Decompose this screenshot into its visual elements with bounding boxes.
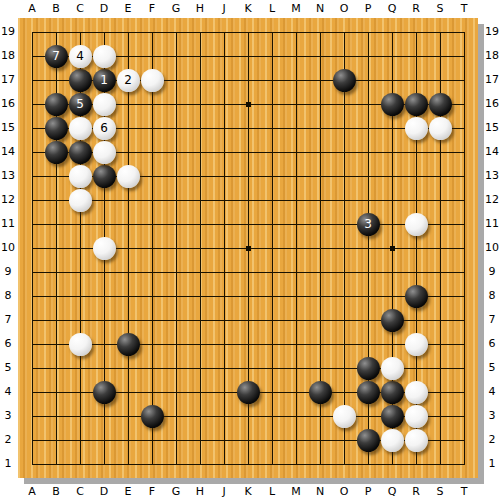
move-number-7: 7: [52, 50, 60, 62]
coord-label-bottom-T: T: [452, 485, 476, 499]
stone-white-d16[interactable]: [93, 93, 116, 116]
stone-white-q2[interactable]: [381, 429, 404, 452]
stone-black-r8[interactable]: [405, 285, 428, 308]
coord-label-left-10: 10: [0, 241, 16, 255]
stone-white-f17[interactable]: [141, 69, 164, 92]
coord-label-bottom-G: G: [164, 485, 188, 499]
coord-label-top-B: B: [44, 2, 68, 16]
stone-black-b16[interactable]: [45, 93, 68, 116]
coord-label-top-T: T: [452, 2, 476, 16]
coord-label-top-R: R: [404, 2, 428, 16]
coord-label-bottom-A: A: [20, 485, 44, 499]
coord-label-bottom-J: J: [212, 485, 236, 499]
coord-label-top-L: L: [260, 2, 284, 16]
coord-label-left-4: 4: [0, 385, 16, 399]
stone-black-p2[interactable]: [357, 429, 380, 452]
coord-label-top-G: G: [164, 2, 188, 16]
stone-white-d10[interactable]: [93, 237, 116, 260]
stone-black-d17[interactable]: 1: [93, 69, 116, 92]
coord-label-top-E: E: [116, 2, 140, 16]
coord-label-bottom-E: E: [116, 485, 140, 499]
coord-label-bottom-K: K: [236, 485, 260, 499]
coord-label-right-17: 17: [484, 73, 500, 87]
coord-label-right-1: 1: [484, 457, 500, 471]
stone-black-o17[interactable]: [333, 69, 356, 92]
coord-label-right-4: 4: [484, 385, 500, 399]
stone-black-b14[interactable]: [45, 141, 68, 164]
coord-label-bottom-P: P: [356, 485, 380, 499]
move-number-2: 2: [124, 74, 132, 86]
stone-black-q3[interactable]: [381, 405, 404, 428]
coord-label-top-S: S: [428, 2, 452, 16]
coord-label-top-K: K: [236, 2, 260, 16]
stone-black-p11[interactable]: 3: [357, 213, 380, 236]
coord-label-left-7: 7: [0, 313, 16, 327]
stone-white-c12[interactable]: [69, 189, 92, 212]
move-number-4: 4: [76, 50, 84, 62]
star-point-K16: [246, 102, 251, 107]
coord-label-top-C: C: [68, 2, 92, 16]
coord-label-top-A: A: [20, 2, 44, 16]
coord-label-right-19: 19: [484, 25, 500, 39]
stone-white-d18[interactable]: [93, 45, 116, 68]
coord-label-left-15: 15: [0, 121, 16, 135]
stone-black-f3[interactable]: [141, 405, 164, 428]
star-point-K10: [246, 246, 251, 251]
coord-label-top-M: M: [284, 2, 308, 16]
stone-white-r6[interactable]: [405, 333, 428, 356]
stone-black-k4[interactable]: [237, 381, 260, 404]
stone-black-r16[interactable]: [405, 93, 428, 116]
coord-label-right-14: 14: [484, 145, 500, 159]
stone-black-s16[interactable]: [429, 93, 452, 116]
coord-label-left-17: 17: [0, 73, 16, 87]
move-number-3: 3: [364, 218, 372, 230]
stone-black-e6[interactable]: [117, 333, 140, 356]
star-point-Q10: [390, 246, 395, 251]
stone-black-c17[interactable]: [69, 69, 92, 92]
coord-label-right-13: 13: [484, 169, 500, 183]
coord-label-left-16: 16: [0, 97, 16, 111]
coord-label-left-2: 2: [0, 433, 16, 447]
coord-label-top-D: D: [92, 2, 116, 16]
coord-label-top-F: F: [140, 2, 164, 16]
coord-label-left-9: 9: [0, 265, 16, 279]
coord-label-right-3: 3: [484, 409, 500, 423]
coord-label-bottom-R: R: [404, 485, 428, 499]
coord-label-bottom-F: F: [140, 485, 164, 499]
stone-black-d13[interactable]: [93, 165, 116, 188]
coord-label-left-5: 5: [0, 361, 16, 375]
stone-black-q16[interactable]: [381, 93, 404, 116]
stone-white-d15[interactable]: 6: [93, 117, 116, 140]
coord-label-right-16: 16: [484, 97, 500, 111]
stone-black-n4[interactable]: [309, 381, 332, 404]
coord-label-bottom-C: C: [68, 485, 92, 499]
coord-label-left-8: 8: [0, 289, 16, 303]
coord-label-bottom-O: O: [332, 485, 356, 499]
coord-label-right-5: 5: [484, 361, 500, 375]
stone-white-r2[interactable]: [405, 429, 428, 452]
coord-label-right-6: 6: [484, 337, 500, 351]
stone-white-r3[interactable]: [405, 405, 428, 428]
stone-black-p5[interactable]: [357, 357, 380, 380]
stone-white-r11[interactable]: [405, 213, 428, 236]
coord-label-left-3: 3: [0, 409, 16, 423]
stone-white-e13[interactable]: [117, 165, 140, 188]
coord-label-left-14: 14: [0, 145, 16, 159]
stone-white-d14[interactable]: [93, 141, 116, 164]
stone-black-q4[interactable]: [381, 381, 404, 404]
coord-label-bottom-B: B: [44, 485, 68, 499]
coord-label-right-2: 2: [484, 433, 500, 447]
stone-white-e17[interactable]: 2: [117, 69, 140, 92]
stone-white-c18[interactable]: 4: [69, 45, 92, 68]
coord-label-right-10: 10: [484, 241, 500, 255]
coord-label-top-N: N: [308, 2, 332, 16]
coord-label-bottom-M: M: [284, 485, 308, 499]
stone-black-b15[interactable]: [45, 117, 68, 140]
coord-label-right-15: 15: [484, 121, 500, 135]
stone-white-q5[interactable]: [381, 357, 404, 380]
coord-label-right-18: 18: [484, 49, 500, 63]
coord-label-top-P: P: [356, 2, 380, 16]
coord-label-top-Q: Q: [380, 2, 404, 16]
stone-black-p4[interactable]: [357, 381, 380, 404]
stone-black-c14[interactable]: [69, 141, 92, 164]
coord-label-left-18: 18: [0, 49, 16, 63]
stone-white-c15[interactable]: [69, 117, 92, 140]
coord-label-bottom-S: S: [428, 485, 452, 499]
coord-label-bottom-D: D: [92, 485, 116, 499]
coord-label-right-7: 7: [484, 313, 500, 327]
coord-label-top-J: J: [212, 2, 236, 16]
stone-white-s15[interactable]: [429, 117, 452, 140]
coord-label-bottom-N: N: [308, 485, 332, 499]
stone-black-b18[interactable]: 7: [45, 45, 68, 68]
move-number-1: 1: [100, 74, 108, 86]
coord-label-right-12: 12: [484, 193, 500, 207]
coord-label-left-19: 19: [0, 25, 16, 39]
stone-black-c16[interactable]: 5: [69, 93, 92, 116]
coord-label-right-9: 9: [484, 265, 500, 279]
coord-label-left-6: 6: [0, 337, 16, 351]
stone-black-d4[interactable]: [93, 381, 116, 404]
coord-label-bottom-L: L: [260, 485, 284, 499]
go-board[interactable]: 7153426: [18, 18, 478, 478]
coord-label-left-12: 12: [0, 193, 16, 207]
coord-label-left-1: 1: [0, 457, 16, 471]
stone-white-c6[interactable]: [69, 333, 92, 356]
stone-white-r4[interactable]: [405, 381, 428, 404]
coord-label-right-11: 11: [484, 217, 500, 231]
coord-label-top-O: O: [332, 2, 356, 16]
coord-label-left-11: 11: [0, 217, 16, 231]
stone-white-r15[interactable]: [405, 117, 428, 140]
stone-white-o3[interactable]: [333, 405, 356, 428]
coord-label-bottom-Q: Q: [380, 485, 404, 499]
stone-white-c13[interactable]: [69, 165, 92, 188]
coord-label-top-H: H: [188, 2, 212, 16]
coord-label-left-13: 13: [0, 169, 16, 183]
go-diagram: ABCDEFGHJKLMNOPQRST ABCDEFGHJKLMNOPQRST …: [0, 0, 500, 500]
move-number-5: 5: [76, 98, 84, 110]
coord-label-bottom-H: H: [188, 485, 212, 499]
move-number-6: 6: [100, 122, 108, 134]
coord-label-right-8: 8: [484, 289, 500, 303]
stone-black-q7[interactable]: [381, 309, 404, 332]
